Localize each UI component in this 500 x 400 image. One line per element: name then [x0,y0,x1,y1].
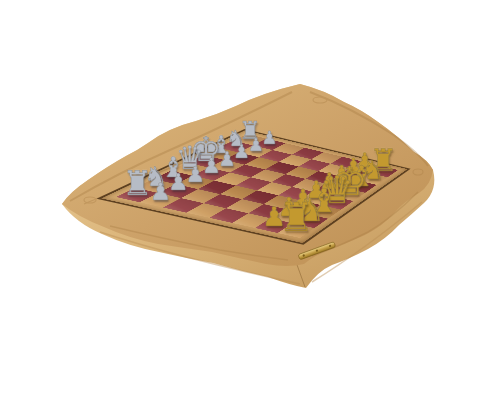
piece-white-pawn-a2[interactable]: ♟ [141,180,179,204]
product-photo-stage: ♜♞♝♛♚♝♞♜♟♟♟♟♟♟♟♟♟♟♟♟♟♟♟♟♜♞♝♛♚♝♞♜ [0,0,500,400]
piece-black-rook-a8[interactable]: ♜ [264,197,328,237]
